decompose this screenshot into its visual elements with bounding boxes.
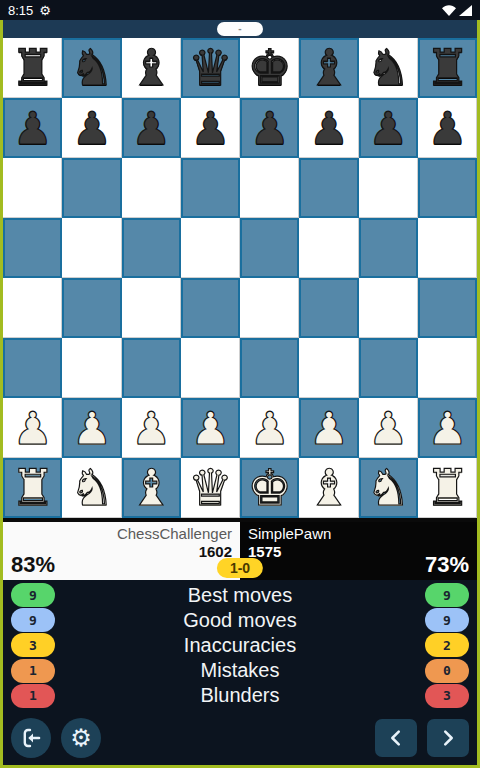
black-bishop: ♝ <box>306 43 351 93</box>
square-e1[interactable]: ♚ <box>240 458 299 518</box>
square-f7[interactable]: ♟ <box>299 98 358 158</box>
white-accuracy: 83% <box>11 552 55 578</box>
square-g5[interactable] <box>359 218 418 278</box>
square-d3[interactable] <box>181 338 240 398</box>
square-g1[interactable]: ♞ <box>359 458 418 518</box>
settings-gear-icon: ⚙ <box>70 726 92 750</box>
white-queen: ♛ <box>188 463 233 513</box>
square-b3[interactable] <box>62 338 121 398</box>
next-move-button[interactable] <box>427 719 469 757</box>
cell-signal-icon <box>459 5 472 16</box>
settings-button[interactable]: ⚙ <box>61 718 101 758</box>
square-a3[interactable] <box>3 338 62 398</box>
square-f6[interactable] <box>299 158 358 218</box>
square-h7[interactable]: ♟ <box>418 98 477 158</box>
status-bar: 8:15 ⚙ <box>0 0 480 20</box>
square-d5[interactable] <box>181 218 240 278</box>
black-pawn: ♟ <box>427 106 467 151</box>
black-count-badge: 0 <box>425 659 469 683</box>
square-h3[interactable] <box>418 338 477 398</box>
top-strip: - <box>3 20 477 38</box>
white-bishop: ♝ <box>306 463 351 513</box>
white-count-badge: 9 <box>11 583 55 607</box>
square-h5[interactable] <box>418 218 477 278</box>
square-h2[interactable]: ♟ <box>418 398 477 458</box>
square-c5[interactable] <box>122 218 181 278</box>
game-result-badge: 1-0 <box>217 558 263 578</box>
status-time: 8:15 <box>8 3 33 18</box>
square-f2[interactable]: ♟ <box>299 398 358 458</box>
square-h1[interactable]: ♜ <box>418 458 477 518</box>
wifi-icon <box>442 5 456 16</box>
white-knight: ♞ <box>69 463 114 513</box>
stat-row-inaccuracies: 3Inaccuracies2 <box>3 633 477 657</box>
square-g3[interactable] <box>359 338 418 398</box>
white-pawn: ♟ <box>249 406 289 451</box>
square-b4[interactable] <box>62 278 121 338</box>
square-g7[interactable]: ♟ <box>359 98 418 158</box>
square-a8[interactable]: ♜ <box>3 38 62 98</box>
square-b5[interactable] <box>62 218 121 278</box>
square-b1[interactable]: ♞ <box>62 458 121 518</box>
chevron-left-icon <box>385 727 407 749</box>
white-pawn: ♟ <box>427 406 467 451</box>
white-pawn: ♟ <box>309 406 349 451</box>
square-f5[interactable] <box>299 218 358 278</box>
stat-label: Mistakes <box>55 659 425 682</box>
square-g6[interactable] <box>359 158 418 218</box>
square-g4[interactable] <box>359 278 418 338</box>
stat-label: Good moves <box>55 609 425 632</box>
square-d6[interactable] <box>181 158 240 218</box>
previous-move-button[interactable] <box>375 719 417 757</box>
square-d1[interactable]: ♛ <box>181 458 240 518</box>
square-e5[interactable] <box>240 218 299 278</box>
square-b7[interactable]: ♟ <box>62 98 121 158</box>
square-e6[interactable] <box>240 158 299 218</box>
black-pawn: ♟ <box>368 106 408 151</box>
square-d4[interactable] <box>181 278 240 338</box>
square-b2[interactable]: ♟ <box>62 398 121 458</box>
stat-row-good-moves: 9Good moves9 <box>3 608 477 632</box>
exit-icon <box>19 726 43 750</box>
square-f4[interactable] <box>299 278 358 338</box>
square-d7[interactable]: ♟ <box>181 98 240 158</box>
black-count-badge: 9 <box>425 583 469 607</box>
square-e3[interactable] <box>240 338 299 398</box>
black-player-name: SimplePawn <box>248 525 331 543</box>
square-e7[interactable]: ♟ <box>240 98 299 158</box>
white-pawn: ♟ <box>72 406 112 451</box>
app-frame: - ♜♞♝♛♚♝♞♜♟♟♟♟♟♟♟♟♟♟♟♟♟♟♟♟♜♞♝♛♚♝♞♜ Chess… <box>0 20 480 768</box>
black-pawn: ♟ <box>131 106 171 151</box>
stat-row-best-moves: 9Best moves9 <box>3 583 477 607</box>
white-count-badge: 9 <box>11 608 55 632</box>
stat-row-mistakes: 1Mistakes0 <box>3 659 477 683</box>
black-pawn: ♟ <box>72 106 112 151</box>
white-pawn: ♟ <box>190 406 230 451</box>
square-a1[interactable]: ♜ <box>3 458 62 518</box>
phone-screen: 8:15 ⚙ - ♜♞♝♛♚♝♞♜♟♟♟♟♟♟♟♟♟♟♟♟♟♟♟♟♜♞♝♛♚♝♞… <box>0 0 480 768</box>
square-a5[interactable] <box>3 218 62 278</box>
black-king: ♚ <box>247 43 292 93</box>
black-knight: ♞ <box>366 43 411 93</box>
white-knight: ♞ <box>366 463 411 513</box>
stat-label: Best moves <box>55 584 425 607</box>
square-f1[interactable]: ♝ <box>299 458 358 518</box>
stat-label: Inaccuracies <box>55 634 425 657</box>
square-c4[interactable] <box>122 278 181 338</box>
white-pawn: ♟ <box>368 406 408 451</box>
black-pawn: ♟ <box>249 106 289 151</box>
square-h8[interactable]: ♜ <box>418 38 477 98</box>
player-bar: ChessChallenger 1602 SimplePawn 1575 83%… <box>3 522 477 580</box>
square-h6[interactable] <box>418 158 477 218</box>
stat-label: Blunders <box>55 684 425 707</box>
square-b8[interactable]: ♞ <box>62 38 121 98</box>
square-c3[interactable] <box>122 338 181 398</box>
black-pawn: ♟ <box>309 106 349 151</box>
square-h4[interactable] <box>418 278 477 338</box>
square-d8[interactable]: ♛ <box>181 38 240 98</box>
square-a4[interactable] <box>3 278 62 338</box>
white-count-badge: 3 <box>11 633 55 657</box>
square-g8[interactable]: ♞ <box>359 38 418 98</box>
chess-board: ♜♞♝♛♚♝♞♜♟♟♟♟♟♟♟♟♟♟♟♟♟♟♟♟♜♞♝♛♚♝♞♜ <box>3 38 477 518</box>
square-a2[interactable]: ♟ <box>3 398 62 458</box>
black-knight: ♞ <box>69 43 114 93</box>
square-c8[interactable]: ♝ <box>122 38 181 98</box>
square-f8[interactable]: ♝ <box>299 38 358 98</box>
black-accuracy: 73% <box>425 552 469 578</box>
square-c7[interactable]: ♟ <box>122 98 181 158</box>
black-count-badge: 9 <box>425 608 469 632</box>
square-b6[interactable] <box>62 158 121 218</box>
square-f3[interactable] <box>299 338 358 398</box>
square-e2[interactable]: ♟ <box>240 398 299 458</box>
black-count-badge: 3 <box>425 684 469 708</box>
black-rook: ♜ <box>425 43 470 93</box>
black-pawn: ♟ <box>12 106 52 151</box>
stat-row-blunders: 1Blunders3 <box>3 684 477 708</box>
white-pawn: ♟ <box>12 406 52 451</box>
chevron-right-icon <box>437 727 459 749</box>
bottom-toolbar: ⚙ <box>3 711 477 765</box>
square-c2[interactable]: ♟ <box>122 398 181 458</box>
white-rook: ♜ <box>425 463 470 513</box>
status-icons <box>442 5 472 16</box>
drag-handle[interactable]: - <box>217 22 263 36</box>
white-bishop: ♝ <box>129 463 174 513</box>
white-rook: ♜ <box>10 463 55 513</box>
white-king: ♚ <box>247 463 292 513</box>
black-count-badge: 2 <box>425 633 469 657</box>
square-e4[interactable] <box>240 278 299 338</box>
black-pawn: ♟ <box>190 106 230 151</box>
white-player-name: ChessChallenger <box>117 525 232 543</box>
black-queen: ♛ <box>188 43 233 93</box>
square-d2[interactable]: ♟ <box>181 398 240 458</box>
black-bishop: ♝ <box>129 43 174 93</box>
gear-notification-icon: ⚙ <box>39 4 51 17</box>
square-a6[interactable] <box>3 158 62 218</box>
square-c1[interactable]: ♝ <box>122 458 181 518</box>
black-rook: ♜ <box>10 43 55 93</box>
square-c6[interactable] <box>122 158 181 218</box>
square-a7[interactable]: ♟ <box>3 98 62 158</box>
move-quality-stats: 9Best moves99Good moves93Inaccuracies21M… <box>3 580 477 711</box>
white-pawn: ♟ <box>131 406 171 451</box>
white-count-badge: 1 <box>11 659 55 683</box>
square-g2[interactable]: ♟ <box>359 398 418 458</box>
white-count-badge: 1 <box>11 684 55 708</box>
square-e8[interactable]: ♚ <box>240 38 299 98</box>
exit-button[interactable] <box>11 718 51 758</box>
